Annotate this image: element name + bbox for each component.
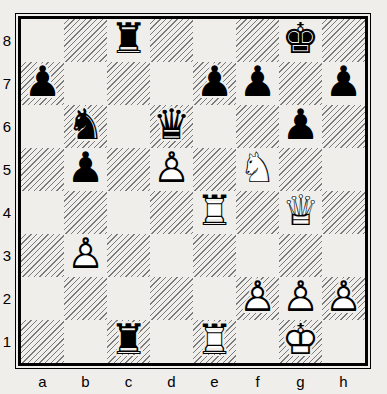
square-f3 [236, 234, 279, 277]
square-b3: ♟♙ [64, 234, 107, 277]
square-b4 [64, 191, 107, 234]
square-g7 [279, 62, 322, 105]
square-e8 [193, 19, 236, 62]
board-frame: ♜♚♟♟♟♟♞♛♟♟♟♙♞♘♜♖♛♕♟♙♟♙♟♙♟♙♜♜♖♚♔ [15, 13, 371, 369]
square-h5 [322, 148, 365, 191]
piece-white-queen: ♛♕ [279, 191, 322, 232]
file-label-a: a [21, 371, 64, 392]
square-e7: ♟ [193, 62, 236, 105]
square-d6: ♛ [150, 105, 193, 148]
rank-label-7: 7 [0, 62, 14, 105]
square-b6: ♞ [64, 105, 107, 148]
square-f7: ♟ [236, 62, 279, 105]
piece-white-pawn: ♟♙ [322, 277, 365, 318]
rank-label-2: 2 [0, 277, 14, 320]
square-a2 [21, 277, 64, 320]
square-e1: ♜♖ [193, 320, 236, 363]
piece-black-queen: ♛ [150, 105, 193, 146]
square-e4: ♜♖ [193, 191, 236, 234]
square-h6 [322, 105, 365, 148]
square-g5 [279, 148, 322, 191]
file-label-h: h [322, 371, 365, 392]
square-d7 [150, 62, 193, 105]
square-d4 [150, 191, 193, 234]
square-f8 [236, 19, 279, 62]
file-label-c: c [107, 371, 150, 392]
file-label-e: e [193, 371, 236, 392]
square-c7 [107, 62, 150, 105]
rank-label-4: 4 [0, 191, 14, 234]
rank-label-6: 6 [0, 105, 14, 148]
piece-white-pawn: ♟♙ [64, 234, 107, 275]
piece-black-pawn: ♟ [21, 62, 64, 103]
square-e5 [193, 148, 236, 191]
square-g6: ♟ [279, 105, 322, 148]
square-e2 [193, 277, 236, 320]
piece-white-king: ♚♔ [279, 320, 322, 361]
square-a6 [21, 105, 64, 148]
square-g3 [279, 234, 322, 277]
piece-white-pawn: ♟♙ [279, 277, 322, 318]
file-label-d: d [150, 371, 193, 392]
piece-black-pawn: ♟ [193, 62, 236, 103]
rank-label-1: 1 [0, 320, 14, 363]
file-label-f: f [236, 371, 279, 392]
square-g8: ♚ [279, 19, 322, 62]
square-a7: ♟ [21, 62, 64, 105]
piece-black-rook: ♜ [107, 19, 150, 60]
square-e6 [193, 105, 236, 148]
square-g1: ♚♔ [279, 320, 322, 363]
square-d1 [150, 320, 193, 363]
square-a3 [21, 234, 64, 277]
square-c8: ♜ [107, 19, 150, 62]
square-e3 [193, 234, 236, 277]
rank-label-5: 5 [0, 148, 14, 191]
square-h8 [322, 19, 365, 62]
chess-diagram-page: 87654321 ♜♚♟♟♟♟♞♛♟♟♟♙♞♘♜♖♛♕♟♙♟♙♟♙♟♙♜♜♖♚♔… [0, 0, 387, 394]
square-d8 [150, 19, 193, 62]
square-a1 [21, 320, 64, 363]
square-b7 [64, 62, 107, 105]
chess-board: ♜♚♟♟♟♟♞♛♟♟♟♙♞♘♜♖♛♕♟♙♟♙♟♙♟♙♜♜♖♚♔ [18, 16, 368, 366]
piece-white-pawn: ♟♙ [150, 148, 193, 189]
piece-black-rook: ♜ [107, 320, 150, 361]
square-b8 [64, 19, 107, 62]
piece-white-rook: ♜♖ [193, 191, 236, 232]
file-label-g: g [279, 371, 322, 392]
piece-black-pawn: ♟ [236, 62, 279, 103]
square-h1 [322, 320, 365, 363]
file-label-b: b [64, 371, 107, 392]
square-b5: ♟ [64, 148, 107, 191]
file-coordinates: abcdefgh [21, 371, 365, 392]
square-b1 [64, 320, 107, 363]
square-f5: ♞♘ [236, 148, 279, 191]
square-h4 [322, 191, 365, 234]
square-h7: ♟ [322, 62, 365, 105]
square-c4 [107, 191, 150, 234]
piece-white-rook: ♜♖ [193, 320, 236, 361]
piece-black-pawn: ♟ [322, 62, 365, 103]
rank-label-3: 3 [0, 234, 14, 277]
piece-black-pawn: ♟ [279, 105, 322, 146]
square-a4 [21, 191, 64, 234]
piece-white-knight: ♞♘ [236, 148, 279, 189]
square-f6 [236, 105, 279, 148]
square-g2: ♟♙ [279, 277, 322, 320]
square-c5 [107, 148, 150, 191]
square-d3 [150, 234, 193, 277]
square-a5 [21, 148, 64, 191]
square-b2 [64, 277, 107, 320]
square-h3 [322, 234, 365, 277]
piece-black-pawn: ♟ [64, 148, 107, 189]
square-c3 [107, 234, 150, 277]
square-f4 [236, 191, 279, 234]
square-a8 [21, 19, 64, 62]
piece-white-pawn: ♟♙ [236, 277, 279, 318]
square-c1: ♜ [107, 320, 150, 363]
rank-label-8: 8 [0, 19, 14, 62]
square-f1 [236, 320, 279, 363]
square-f2: ♟♙ [236, 277, 279, 320]
square-d2 [150, 277, 193, 320]
square-h2: ♟♙ [322, 277, 365, 320]
rank-coordinates: 87654321 [0, 19, 14, 363]
piece-black-king: ♚ [279, 19, 322, 60]
square-g4: ♛♕ [279, 191, 322, 234]
square-c6 [107, 105, 150, 148]
square-d5: ♟♙ [150, 148, 193, 191]
square-c2 [107, 277, 150, 320]
piece-black-knight: ♞ [64, 105, 107, 146]
